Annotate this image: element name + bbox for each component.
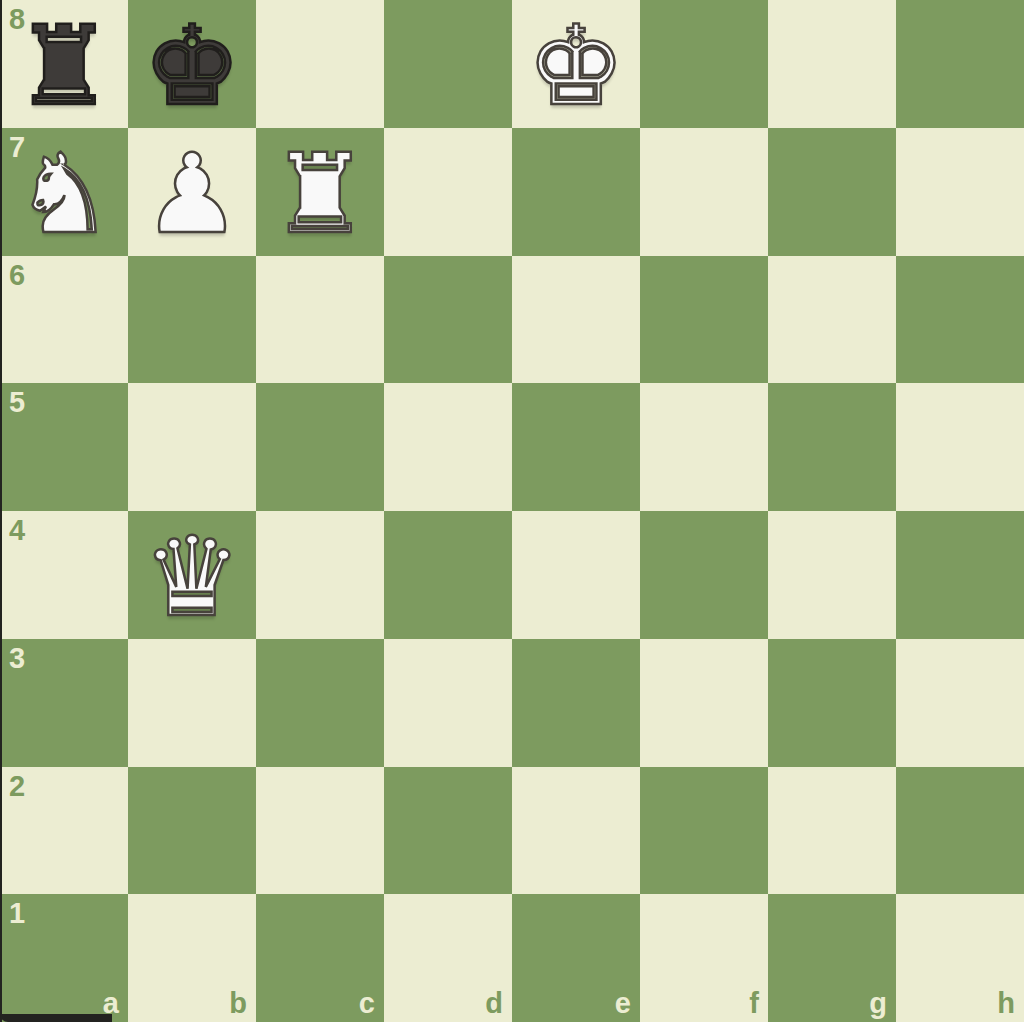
square-f5[interactable] xyxy=(640,383,768,511)
square-a4[interactable]: 4 xyxy=(0,511,128,639)
square-g6[interactable] xyxy=(768,256,896,384)
square-c4[interactable] xyxy=(256,511,384,639)
square-f3[interactable] xyxy=(640,639,768,767)
square-f7[interactable] xyxy=(640,128,768,256)
square-c6[interactable] xyxy=(256,256,384,384)
rank-label-4: 4 xyxy=(9,516,25,545)
square-h1[interactable]: h xyxy=(896,894,1024,1022)
square-b2[interactable] xyxy=(128,767,256,895)
square-a2[interactable]: 2 xyxy=(0,767,128,895)
square-e4[interactable] xyxy=(512,511,640,639)
square-g7[interactable] xyxy=(768,128,896,256)
square-f8[interactable] xyxy=(640,0,768,128)
black-king-b8[interactable]: ♚ xyxy=(143,11,242,121)
square-a6[interactable]: 6 xyxy=(0,256,128,384)
square-c2[interactable] xyxy=(256,767,384,895)
square-e1[interactable]: e xyxy=(512,894,640,1022)
chess-board-container: 8♜♚♚7♞♟♜654♛321abcdefgh xyxy=(0,0,1024,1022)
white-knight-a7[interactable]: ♞ xyxy=(15,139,114,249)
square-h3[interactable] xyxy=(896,639,1024,767)
black-rook-a8[interactable]: ♜ xyxy=(15,11,114,121)
square-g3[interactable] xyxy=(768,639,896,767)
square-a8[interactable]: 8♜ xyxy=(0,0,128,128)
square-c1[interactable]: c xyxy=(256,894,384,1022)
square-h7[interactable] xyxy=(896,128,1024,256)
square-h5[interactable] xyxy=(896,383,1024,511)
square-h6[interactable] xyxy=(896,256,1024,384)
square-g1[interactable]: g xyxy=(768,894,896,1022)
square-b1[interactable]: b xyxy=(128,894,256,1022)
chess-board: 8♜♚♚7♞♟♜654♛321abcdefgh xyxy=(0,0,1024,1022)
square-a3[interactable]: 3 xyxy=(0,639,128,767)
square-d5[interactable] xyxy=(384,383,512,511)
square-d3[interactable] xyxy=(384,639,512,767)
file-label-e: e xyxy=(615,989,631,1018)
board-bottom-edge xyxy=(0,1014,112,1022)
white-pawn-b7[interactable]: ♟ xyxy=(143,139,242,249)
square-e3[interactable] xyxy=(512,639,640,767)
square-f4[interactable] xyxy=(640,511,768,639)
square-b4[interactable]: ♛ xyxy=(128,511,256,639)
square-a5[interactable]: 5 xyxy=(0,383,128,511)
square-b6[interactable] xyxy=(128,256,256,384)
square-f1[interactable]: f xyxy=(640,894,768,1022)
white-king-e8[interactable]: ♚ xyxy=(527,11,626,121)
square-c5[interactable] xyxy=(256,383,384,511)
square-f2[interactable] xyxy=(640,767,768,895)
square-e7[interactable] xyxy=(512,128,640,256)
file-label-g: g xyxy=(869,989,887,1018)
square-d8[interactable] xyxy=(384,0,512,128)
square-d4[interactable] xyxy=(384,511,512,639)
square-a1[interactable]: 1a xyxy=(0,894,128,1022)
square-h8[interactable] xyxy=(896,0,1024,128)
square-h4[interactable] xyxy=(896,511,1024,639)
file-label-c: c xyxy=(359,989,375,1018)
file-label-f: f xyxy=(749,989,759,1018)
rank-label-3: 3 xyxy=(9,644,25,673)
white-rook-c7[interactable]: ♜ xyxy=(271,139,370,249)
square-g5[interactable] xyxy=(768,383,896,511)
square-g8[interactable] xyxy=(768,0,896,128)
square-g4[interactable] xyxy=(768,511,896,639)
square-c8[interactable] xyxy=(256,0,384,128)
square-e6[interactable] xyxy=(512,256,640,384)
square-d6[interactable] xyxy=(384,256,512,384)
file-label-h: h xyxy=(997,989,1015,1018)
square-b5[interactable] xyxy=(128,383,256,511)
square-a7[interactable]: 7♞ xyxy=(0,128,128,256)
file-label-d: d xyxy=(485,989,503,1018)
square-d2[interactable] xyxy=(384,767,512,895)
square-d1[interactable]: d xyxy=(384,894,512,1022)
square-c3[interactable] xyxy=(256,639,384,767)
rank-label-5: 5 xyxy=(9,388,25,417)
square-b8[interactable]: ♚ xyxy=(128,0,256,128)
square-c7[interactable]: ♜ xyxy=(256,128,384,256)
square-e8[interactable]: ♚ xyxy=(512,0,640,128)
rank-label-1: 1 xyxy=(9,899,25,928)
rank-label-2: 2 xyxy=(9,772,25,801)
rank-label-6: 6 xyxy=(9,261,25,290)
square-e2[interactable] xyxy=(512,767,640,895)
square-b7[interactable]: ♟ xyxy=(128,128,256,256)
white-queen-b4[interactable]: ♛ xyxy=(143,522,242,632)
square-e5[interactable] xyxy=(512,383,640,511)
square-b3[interactable] xyxy=(128,639,256,767)
board-left-edge xyxy=(0,0,2,1022)
square-h2[interactable] xyxy=(896,767,1024,895)
file-label-b: b xyxy=(229,989,247,1018)
square-g2[interactable] xyxy=(768,767,896,895)
square-f6[interactable] xyxy=(640,256,768,384)
square-d7[interactable] xyxy=(384,128,512,256)
